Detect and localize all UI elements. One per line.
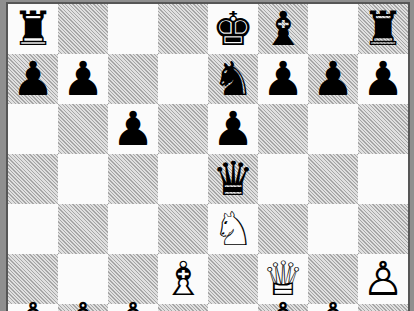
square-c6[interactable]: ♟ (108, 104, 158, 154)
white-pawn-fill: ♟ (358, 254, 408, 304)
square-b8[interactable] (58, 4, 108, 54)
square-d8[interactable] (158, 4, 208, 54)
chess-board: ♜♚♝♜♟♟♞♟♟♟♟♟♛♞♘♝♗♛♕♟♙♟♙♟♙♟♙♟♙♟♙ (8, 4, 408, 311)
square-g4[interactable] (308, 204, 358, 254)
square-b7[interactable]: ♟ (58, 54, 108, 104)
black-pawn-icon: ♟ (58, 54, 108, 104)
square-a6[interactable] (8, 104, 58, 154)
white-queen-fill: ♛ (258, 254, 308, 304)
white-knight-fill: ♞ (208, 204, 258, 254)
square-h4[interactable] (358, 204, 408, 254)
white-bishop-fill: ♝ (158, 254, 208, 304)
square-a7[interactable]: ♟ (8, 54, 58, 104)
square-a5[interactable] (8, 154, 58, 204)
black-queen-icon: ♛ (208, 154, 258, 204)
square-a8[interactable]: ♜ (8, 4, 58, 54)
white-bishop-icon: ♗ (158, 254, 208, 304)
black-pawn-icon: ♟ (8, 54, 58, 104)
chess-diagram-screenshot: ♜♚♝♜♟♟♞♟♟♟♟♟♛♞♘♝♗♛♕♟♙♟♙♟♙♟♙♟♙♟♙ (0, 0, 414, 311)
square-d7[interactable] (158, 54, 208, 104)
square-c4[interactable] (108, 204, 158, 254)
square-h2[interactable] (358, 304, 408, 311)
square-c5[interactable] (108, 154, 158, 204)
square-c2[interactable]: ♟♙ (108, 304, 158, 311)
square-f5[interactable] (258, 154, 308, 204)
square-g6[interactable] (308, 104, 358, 154)
square-f6[interactable] (258, 104, 308, 154)
square-a4[interactable] (8, 204, 58, 254)
square-d2[interactable] (158, 304, 208, 311)
square-e7[interactable]: ♞ (208, 54, 258, 104)
square-e5[interactable]: ♛ (208, 154, 258, 204)
square-g8[interactable] (308, 4, 358, 54)
square-d6[interactable] (158, 104, 208, 154)
square-b2[interactable]: ♟♙ (58, 304, 108, 311)
black-rook-icon: ♜ (8, 4, 58, 54)
square-g2[interactable]: ♟♙ (308, 304, 358, 311)
square-f3[interactable]: ♛♕ (258, 254, 308, 304)
square-b3[interactable] (58, 254, 108, 304)
black-pawn-icon: ♟ (308, 54, 358, 104)
square-b4[interactable] (58, 204, 108, 254)
black-pawn-icon: ♟ (258, 54, 308, 104)
square-d3[interactable]: ♝♗ (158, 254, 208, 304)
black-pawn-icon: ♟ (108, 104, 158, 154)
black-pawn-icon: ♟ (208, 104, 258, 154)
square-b5[interactable] (58, 154, 108, 204)
square-f8[interactable]: ♝ (258, 4, 308, 54)
square-f7[interactable]: ♟ (258, 54, 308, 104)
square-h8[interactable]: ♜ (358, 4, 408, 54)
square-h5[interactable] (358, 154, 408, 204)
square-e8[interactable]: ♚ (208, 4, 258, 54)
square-f2[interactable]: ♟♙ (258, 304, 308, 311)
square-e4[interactable]: ♞♘ (208, 204, 258, 254)
square-h7[interactable]: ♟ (358, 54, 408, 104)
square-g3[interactable] (308, 254, 358, 304)
black-pawn-icon: ♟ (358, 54, 408, 104)
square-g5[interactable] (308, 154, 358, 204)
black-king-icon: ♚ (208, 4, 258, 54)
square-a2[interactable]: ♟♙ (8, 304, 58, 311)
square-f4[interactable] (258, 204, 308, 254)
square-h3[interactable]: ♟♙ (358, 254, 408, 304)
square-a3[interactable] (8, 254, 58, 304)
white-pawn-icon: ♙ (358, 254, 408, 304)
square-d5[interactable] (158, 154, 208, 204)
square-h6[interactable] (358, 104, 408, 154)
square-g7[interactable]: ♟ (308, 54, 358, 104)
square-b6[interactable] (58, 104, 108, 154)
white-queen-icon: ♕ (258, 254, 308, 304)
square-c8[interactable] (108, 4, 158, 54)
square-e6[interactable]: ♟ (208, 104, 258, 154)
square-d4[interactable] (158, 204, 208, 254)
square-e3[interactable] (208, 254, 258, 304)
white-knight-icon: ♘ (208, 204, 258, 254)
square-e2[interactable] (208, 304, 258, 311)
black-bishop-icon: ♝ (258, 4, 308, 54)
black-rook-icon: ♜ (358, 4, 408, 54)
square-c3[interactable] (108, 254, 158, 304)
square-c7[interactable] (108, 54, 158, 104)
black-knight-icon: ♞ (208, 54, 258, 104)
